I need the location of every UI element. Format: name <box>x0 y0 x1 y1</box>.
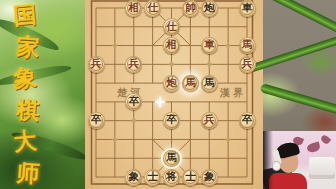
piece-character: 兵 <box>91 59 102 70</box>
piece-character: 相 <box>166 40 177 51</box>
white-couch <box>309 157 335 179</box>
piece-character: 馬 <box>185 78 196 89</box>
piece-character: 士 <box>185 172 196 183</box>
piece-black-9-6[interactable]: 象 <box>201 169 218 186</box>
title-character: 家 <box>11 35 45 60</box>
xiangqi-board[interactable]: 楚河 漢界 相仕帥炮車仕相車馬兵兵兵炮馬馬卒卒卒兵卒馬象士将士象 <box>85 0 263 189</box>
piece-black-0-8[interactable]: 車 <box>239 0 256 17</box>
piece-black-4-6[interactable]: 馬 <box>201 75 218 92</box>
piece-character: 馬 <box>166 153 177 164</box>
piece-character: 車 <box>242 3 253 14</box>
piece-red-4-4[interactable]: 炮 <box>163 75 180 92</box>
piece-character: 卒 <box>91 115 102 126</box>
piece-red-6-6[interactable]: 兵 <box>201 112 218 129</box>
piece-character: 馬 <box>204 78 215 89</box>
plant-stem <box>256 0 336 37</box>
piece-character: 仕 <box>166 22 177 33</box>
wall-flower-decal <box>320 134 331 145</box>
title-character: 国 <box>8 3 42 29</box>
piece-character: 卒 <box>166 115 177 126</box>
piece-character: 兵 <box>242 59 253 70</box>
piece-character: 卒 <box>129 97 140 108</box>
piece-character: 相 <box>129 3 140 14</box>
piece-red-2-4[interactable]: 相 <box>163 37 180 54</box>
piece-character: 帥 <box>185 3 196 14</box>
piece-character: 将 <box>166 172 177 183</box>
piece-red-2-6[interactable]: 車 <box>201 37 218 54</box>
piece-character: 象 <box>129 172 140 183</box>
streamer-torso <box>269 173 307 189</box>
headset-earcup-icon <box>273 162 280 170</box>
piece-black-8-4[interactable]: 馬 <box>163 150 180 167</box>
piece-character: 兵 <box>129 59 140 70</box>
piece-character: 車 <box>204 40 215 51</box>
piece-red-3-0[interactable]: 兵 <box>88 56 105 73</box>
plant-stem <box>260 83 336 118</box>
piece-character: 炮 <box>166 78 177 89</box>
piece-black-6-8[interactable]: 卒 <box>239 112 256 129</box>
piece-red-2-8[interactable]: 馬 <box>239 37 256 54</box>
piece-red-4-5[interactable]: 馬 <box>182 75 199 92</box>
piece-red-0-5[interactable]: 帥 <box>182 0 199 17</box>
title-character: 大 <box>8 129 42 155</box>
piece-red-3-2[interactable]: 兵 <box>125 56 142 73</box>
vertical-stream-title: 国家象棋大师 <box>10 0 42 189</box>
piece-character: 士 <box>147 172 158 183</box>
piece-character: 兵 <box>204 115 215 126</box>
piece-character: 炮 <box>204 3 215 14</box>
piece-character: 卒 <box>242 115 253 126</box>
sparkle-effect <box>155 97 165 107</box>
piece-black-9-2[interactable]: 象 <box>125 169 142 186</box>
title-character: 师 <box>11 161 45 186</box>
piece-black-9-5[interactable]: 士 <box>182 169 199 186</box>
piece-black-0-6[interactable]: 炮 <box>201 0 218 17</box>
piece-black-9-4[interactable]: 将 <box>163 169 180 186</box>
wall-flower-decal <box>306 141 321 153</box>
piece-black-6-0[interactable]: 卒 <box>88 112 105 129</box>
piece-red-0-3[interactable]: 仕 <box>144 0 161 17</box>
stream-frame: 国家象棋大师 楚河 漢界 相仕帥炮車仕相車馬兵兵兵炮馬馬卒卒卒兵卒馬象士将士象 <box>0 0 336 189</box>
streamer-webcam-overlay <box>263 131 336 189</box>
piece-red-0-2[interactable]: 相 <box>125 0 142 17</box>
title-character: 棋 <box>11 98 45 123</box>
river-label-right: 漢界 <box>220 86 246 100</box>
piece-red-3-8[interactable]: 兵 <box>239 56 256 73</box>
title-character: 象 <box>8 66 42 92</box>
piece-character: 仕 <box>147 3 158 14</box>
piece-character: 象 <box>204 172 215 183</box>
piece-black-9-3[interactable]: 士 <box>144 169 161 186</box>
piece-character: 馬 <box>242 40 253 51</box>
